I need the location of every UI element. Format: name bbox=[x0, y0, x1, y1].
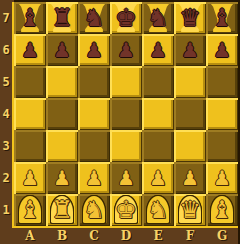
square-c6[interactable]: ♟ bbox=[78, 34, 110, 66]
square-f1[interactable]: ♛ bbox=[174, 194, 206, 226]
square-f7[interactable]: ♛ bbox=[174, 2, 206, 34]
square-a2[interactable]: ♟ bbox=[14, 162, 46, 194]
black-pawn-f6[interactable]: ♟ bbox=[174, 34, 206, 66]
square-d5[interactable] bbox=[110, 66, 142, 98]
square-f5[interactable] bbox=[174, 66, 206, 98]
black-knight-e7[interactable]: ♞ bbox=[142, 2, 174, 34]
square-a4[interactable] bbox=[14, 98, 46, 130]
square-g3[interactable] bbox=[206, 130, 238, 162]
chess-board: ♝♜♞♚♞♛♝♟♟♟♟♟♟♟♟♟♟♟♟♟♟♝♜♞♚♞♛♝ bbox=[14, 2, 238, 226]
white-knight-e1[interactable]: ♞ bbox=[142, 194, 174, 226]
white-knight-c1[interactable]: ♞ bbox=[78, 194, 110, 226]
square-a1[interactable]: ♝ bbox=[14, 194, 46, 226]
black-bishop-g7[interactable]: ♝ bbox=[206, 2, 238, 34]
square-g2[interactable]: ♟ bbox=[206, 162, 238, 194]
black-pawn-g6[interactable]: ♟ bbox=[206, 34, 238, 66]
square-d6[interactable]: ♟ bbox=[110, 34, 142, 66]
black-pawn-c6[interactable]: ♟ bbox=[78, 34, 110, 66]
square-a7[interactable]: ♝ bbox=[14, 2, 46, 34]
black-bishop-a7[interactable]: ♝ bbox=[14, 2, 46, 34]
white-pawn-c2[interactable]: ♟ bbox=[78, 162, 110, 194]
square-e2[interactable]: ♟ bbox=[142, 162, 174, 194]
black-king-d7[interactable]: ♚ bbox=[110, 2, 142, 34]
square-g6[interactable]: ♟ bbox=[206, 34, 238, 66]
black-pawn-b6[interactable]: ♟ bbox=[46, 34, 78, 66]
white-pawn-d2[interactable]: ♟ bbox=[110, 162, 142, 194]
square-f6[interactable]: ♟ bbox=[174, 34, 206, 66]
square-f3[interactable] bbox=[174, 130, 206, 162]
black-pawn-d6[interactable]: ♟ bbox=[110, 34, 142, 66]
square-b6[interactable]: ♟ bbox=[46, 34, 78, 66]
square-f4[interactable] bbox=[174, 98, 206, 130]
square-c3[interactable] bbox=[78, 130, 110, 162]
square-e4[interactable] bbox=[142, 98, 174, 130]
square-b2[interactable]: ♟ bbox=[46, 162, 78, 194]
square-d3[interactable] bbox=[110, 130, 142, 162]
black-pawn-e6[interactable]: ♟ bbox=[142, 34, 174, 66]
black-pawn-a6[interactable]: ♟ bbox=[14, 34, 46, 66]
square-g1[interactable]: ♝ bbox=[206, 194, 238, 226]
square-b4[interactable] bbox=[46, 98, 78, 130]
white-pawn-g2[interactable]: ♟ bbox=[206, 162, 238, 194]
square-d7[interactable]: ♚ bbox=[110, 2, 142, 34]
file-label-D: D bbox=[110, 229, 142, 243]
square-a6[interactable]: ♟ bbox=[14, 34, 46, 66]
square-d1[interactable]: ♚ bbox=[110, 194, 142, 226]
rank-label-7: 7 bbox=[0, 2, 12, 34]
rank-label-3: 3 bbox=[0, 130, 12, 162]
board-bottom-bevel bbox=[12, 226, 238, 228]
square-b1[interactable]: ♜ bbox=[46, 194, 78, 226]
rank-label-1: 1 bbox=[0, 194, 12, 226]
square-e3[interactable] bbox=[142, 130, 174, 162]
file-label-F: F bbox=[174, 229, 206, 243]
white-king-d1[interactable]: ♚ bbox=[110, 194, 142, 226]
file-label-B: B bbox=[46, 229, 78, 243]
board-right-edge bbox=[238, 0, 240, 244]
square-d2[interactable]: ♟ bbox=[110, 162, 142, 194]
square-b3[interactable] bbox=[46, 130, 78, 162]
file-label-C: C bbox=[78, 229, 110, 243]
rank-label-5: 5 bbox=[0, 66, 12, 98]
square-d4[interactable] bbox=[110, 98, 142, 130]
chess-game-window: ♝♜♞♚♞♛♝♟♟♟♟♟♟♟♟♟♟♟♟♟♟♝♜♞♚♞♛♝ 7654321ABCD… bbox=[0, 0, 240, 244]
white-bishop-g1[interactable]: ♝ bbox=[206, 194, 238, 226]
white-rook-b1[interactable]: ♜ bbox=[46, 194, 78, 226]
file-label-G: G bbox=[206, 229, 238, 243]
white-pawn-e2[interactable]: ♟ bbox=[142, 162, 174, 194]
square-g7[interactable]: ♝ bbox=[206, 2, 238, 34]
square-c2[interactable]: ♟ bbox=[78, 162, 110, 194]
square-c5[interactable] bbox=[78, 66, 110, 98]
square-a3[interactable] bbox=[14, 130, 46, 162]
white-bishop-a1[interactable]: ♝ bbox=[14, 194, 46, 226]
square-g5[interactable] bbox=[206, 66, 238, 98]
square-a5[interactable] bbox=[14, 66, 46, 98]
square-f2[interactable]: ♟ bbox=[174, 162, 206, 194]
square-e6[interactable]: ♟ bbox=[142, 34, 174, 66]
black-rook-b7[interactable]: ♜ bbox=[46, 2, 78, 34]
white-queen-f1[interactable]: ♛ bbox=[174, 194, 206, 226]
black-queen-f7[interactable]: ♛ bbox=[174, 2, 206, 34]
file-label-E: E bbox=[142, 229, 174, 243]
rank-label-6: 6 bbox=[0, 34, 12, 66]
white-pawn-a2[interactable]: ♟ bbox=[14, 162, 46, 194]
rank-label-2: 2 bbox=[0, 162, 12, 194]
square-c1[interactable]: ♞ bbox=[78, 194, 110, 226]
square-c7[interactable]: ♞ bbox=[78, 2, 110, 34]
square-c4[interactable] bbox=[78, 98, 110, 130]
file-label-A: A bbox=[14, 229, 46, 243]
white-pawn-b2[interactable]: ♟ bbox=[46, 162, 78, 194]
square-b5[interactable] bbox=[46, 66, 78, 98]
black-knight-c7[interactable]: ♞ bbox=[78, 2, 110, 34]
square-e5[interactable] bbox=[142, 66, 174, 98]
square-b7[interactable]: ♜ bbox=[46, 2, 78, 34]
square-e1[interactable]: ♞ bbox=[142, 194, 174, 226]
square-g4[interactable] bbox=[206, 98, 238, 130]
rank-label-4: 4 bbox=[0, 98, 12, 130]
square-e7[interactable]: ♞ bbox=[142, 2, 174, 34]
white-pawn-f2[interactable]: ♟ bbox=[174, 162, 206, 194]
